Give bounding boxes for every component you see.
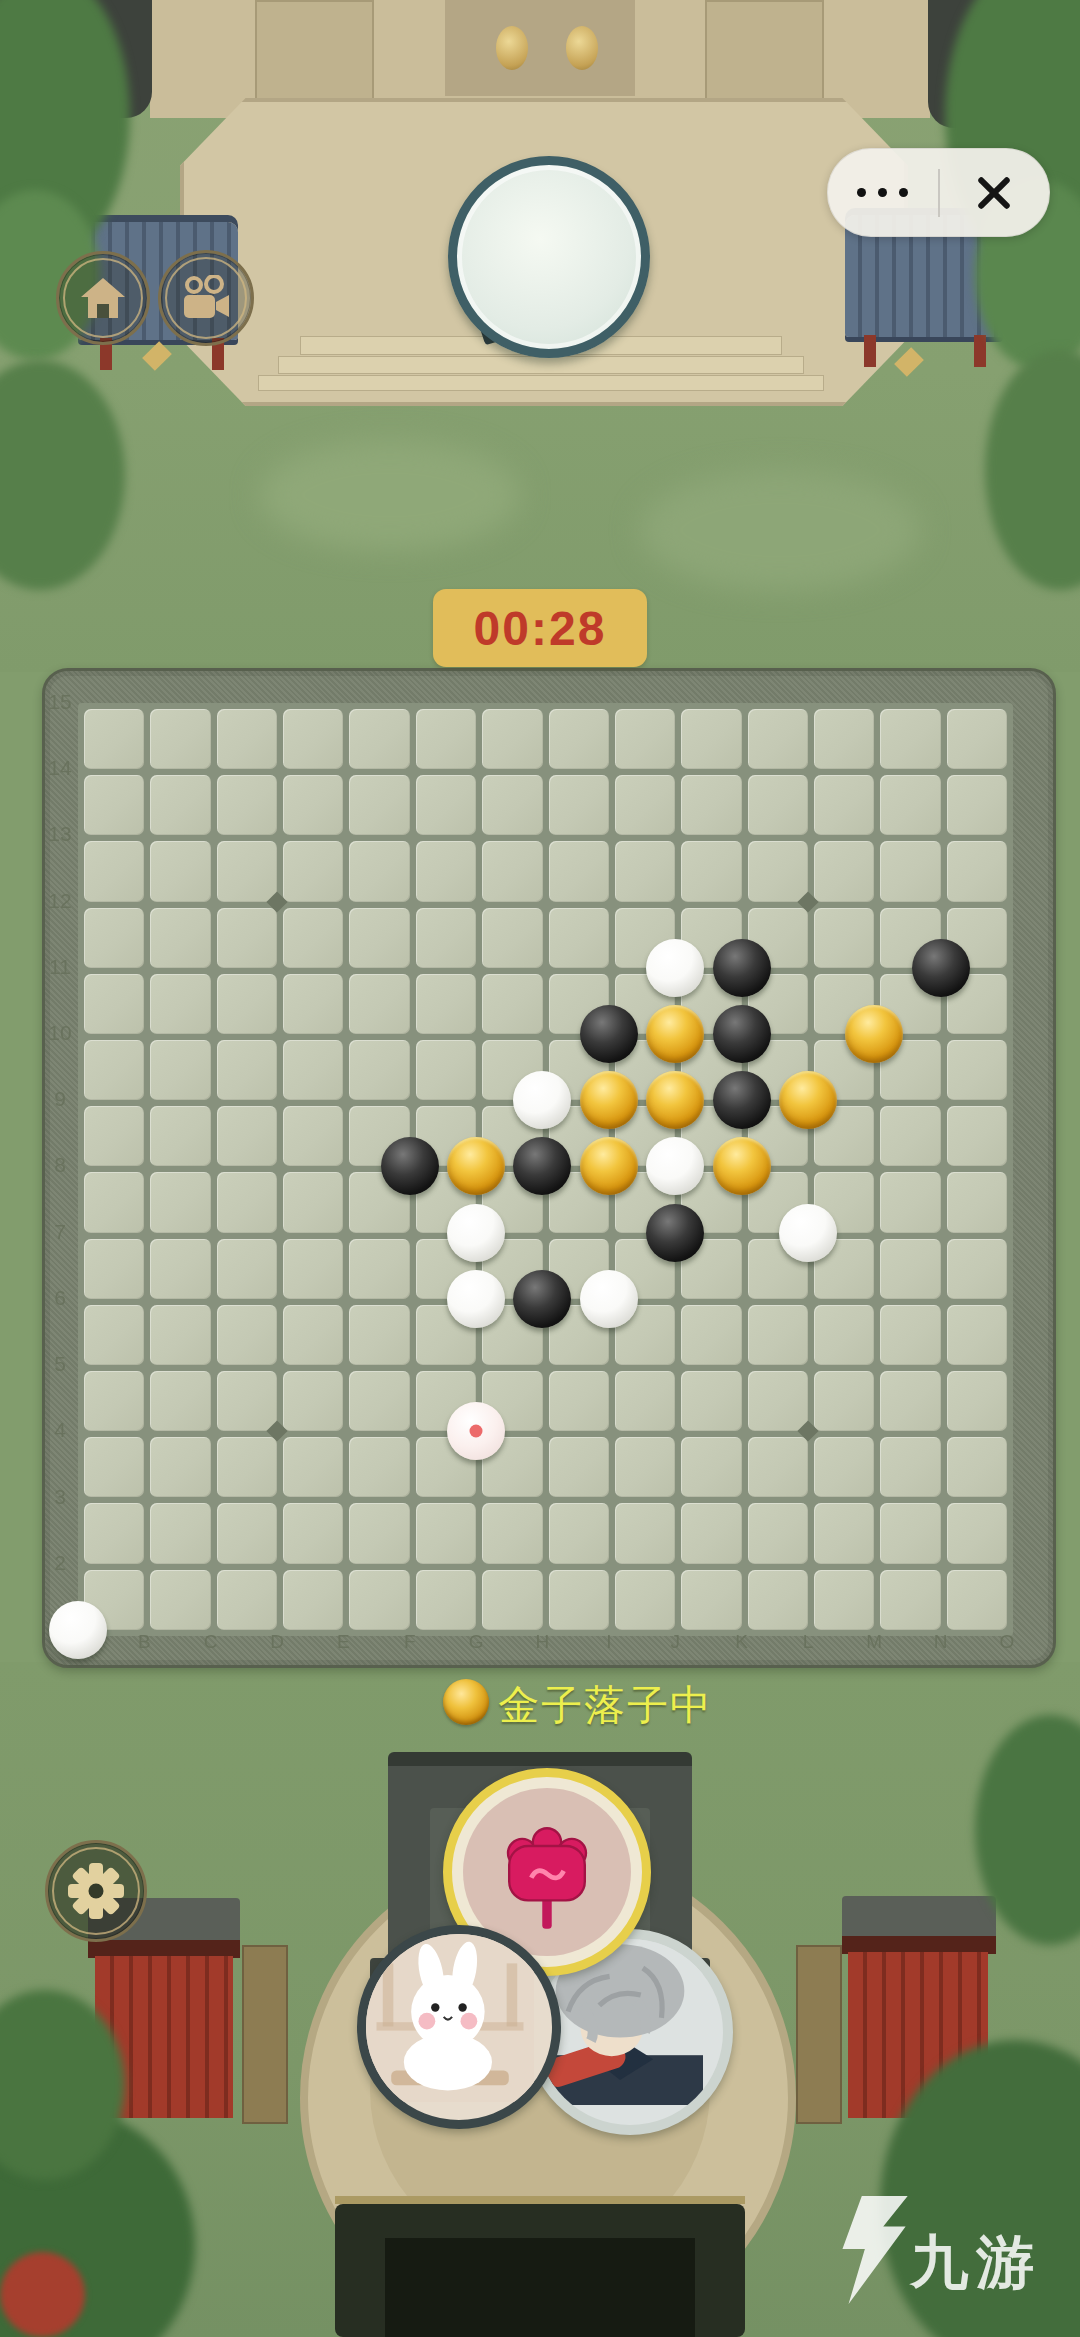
gold-chime-left [142, 341, 172, 371]
board-tile [681, 1503, 741, 1563]
board-tile [217, 974, 277, 1034]
board-tile [814, 1570, 874, 1630]
game-screen: 00:28 151413121110987654321ABCDEFGHIJKLM… [0, 0, 1080, 2337]
board-tile [880, 1371, 940, 1431]
board-tile [150, 1106, 210, 1166]
col-label: G [461, 1631, 491, 1653]
board-tile [150, 841, 210, 901]
board-tile [482, 775, 542, 835]
wood-pillar-left [242, 1945, 288, 2124]
board-tile [549, 1437, 609, 1497]
row-label: 13 [45, 822, 75, 846]
board-tile [283, 1570, 343, 1630]
board-tile [217, 1305, 277, 1365]
board-tile [482, 1503, 542, 1563]
board-tile [814, 709, 874, 769]
board-tile [84, 1106, 144, 1166]
stone-gold-M10 [845, 1005, 903, 1063]
board-tile [416, 841, 476, 901]
row-label: 7 [45, 1220, 75, 1244]
settings-button[interactable] [45, 1840, 147, 1942]
candy-icon [487, 1807, 607, 1937]
row-label: 5 [45, 1352, 75, 1376]
board-tile [84, 908, 144, 968]
turn-timer: 00:28 [433, 589, 647, 667]
gold-ornament-left [496, 26, 528, 70]
col-label: N [926, 1631, 956, 1653]
stone-black-H6 [513, 1270, 571, 1328]
board-tile [615, 775, 675, 835]
board-tile [549, 908, 609, 968]
board-tile [814, 841, 874, 901]
board-tile [349, 1570, 409, 1630]
board-tile [283, 974, 343, 1034]
row-label: 11 [45, 955, 75, 979]
board-tile [549, 775, 609, 835]
row-label: 10 [45, 1021, 75, 1045]
jiuyou-watermark: 九游 [836, 2196, 1066, 2316]
board-tile [84, 974, 144, 1034]
board-tile [748, 1305, 808, 1365]
board-tile [681, 1570, 741, 1630]
board-tile [217, 709, 277, 769]
board-tile [814, 1503, 874, 1563]
record-button[interactable] [158, 250, 254, 346]
board-tile [947, 1040, 1007, 1100]
board-tile [217, 775, 277, 835]
board-tile [880, 1239, 940, 1299]
board-tile [681, 709, 741, 769]
board-tile [150, 1172, 210, 1232]
col-label: K [727, 1631, 757, 1653]
foliage [0, 360, 125, 590]
board-tile [482, 841, 542, 901]
board-tile [150, 974, 210, 1034]
board-tile [217, 1503, 277, 1563]
board-tile [283, 1437, 343, 1497]
board-tile [84, 1437, 144, 1497]
board-tile [880, 841, 940, 901]
board-tile [947, 1570, 1007, 1630]
last-move-marker [470, 1425, 483, 1438]
board-tile [416, 709, 476, 769]
board-tile [748, 841, 808, 901]
board-tile [549, 1570, 609, 1630]
home-button[interactable] [56, 251, 150, 345]
step [278, 356, 804, 374]
board-tile [947, 1503, 1007, 1563]
board-tile [947, 709, 1007, 769]
stone-white-J11 [646, 939, 704, 997]
board-tile [416, 908, 476, 968]
board-tile [880, 1437, 940, 1497]
round-mirror-table [448, 156, 650, 358]
grass-patch [260, 440, 520, 550]
board-tile [681, 841, 741, 901]
close-button[interactable] [940, 149, 1050, 236]
board-tile [748, 1570, 808, 1630]
board-tile [615, 841, 675, 901]
board-tile [549, 709, 609, 769]
board-tile [217, 1172, 277, 1232]
board-tile [880, 1106, 940, 1166]
stone-gold-I9 [580, 1071, 638, 1129]
stone-black-I10 [580, 1005, 638, 1063]
jiuyou-logo-icon [836, 2196, 908, 2304]
col-label: J [660, 1631, 690, 1653]
video-camera-icon [179, 275, 233, 321]
board-tile [84, 775, 144, 835]
more-dots-icon [857, 188, 866, 197]
board-tile [748, 775, 808, 835]
board-tile [880, 1172, 940, 1232]
board-tile [416, 974, 476, 1034]
foliage [985, 350, 1080, 590]
red-post [864, 335, 876, 367]
board-tile [615, 1570, 675, 1630]
board-tile [150, 908, 210, 968]
gold-stone-icon [443, 1679, 489, 1725]
row-label: 9 [45, 1087, 75, 1111]
board-tile [814, 908, 874, 968]
board-tile [681, 1437, 741, 1497]
board-tile [217, 908, 277, 968]
stone-white-I6 [580, 1270, 638, 1328]
board-tile [283, 709, 343, 769]
col-label: M [859, 1631, 889, 1653]
board-tile [283, 908, 343, 968]
row-label: 12 [45, 889, 75, 913]
board-tile [283, 775, 343, 835]
bottom-archway [335, 2204, 745, 2337]
board-tile [84, 709, 144, 769]
jiuyou-logo-text: 九游 [910, 2224, 1042, 2302]
board-tile [947, 1239, 1007, 1299]
board-tile [150, 1305, 210, 1365]
board-tile [84, 1172, 144, 1232]
board-tile [283, 1503, 343, 1563]
board-tile [150, 1371, 210, 1431]
more-dots-icon [899, 188, 908, 197]
capsule-menu [827, 148, 1050, 237]
board-tile [947, 1371, 1007, 1431]
board-tile [84, 1239, 144, 1299]
board-tile [283, 1239, 343, 1299]
col-label: E [328, 1631, 358, 1653]
board-tile [349, 908, 409, 968]
board-tile [349, 841, 409, 901]
board-tile [482, 709, 542, 769]
row-label: 6 [45, 1286, 75, 1310]
stone-black-K11 [713, 939, 771, 997]
board-tile [283, 1305, 343, 1365]
home-icon [79, 276, 127, 320]
arch-trim [335, 2196, 745, 2204]
board-tile [482, 974, 542, 1034]
board-tile [615, 709, 675, 769]
board-tile [748, 709, 808, 769]
board-tile [349, 1040, 409, 1100]
board-tile [150, 1239, 210, 1299]
row-label: 4 [45, 1418, 75, 1442]
board-tile [84, 1305, 144, 1365]
stone-gold-L9 [779, 1071, 837, 1129]
row-label: 8 [45, 1153, 75, 1177]
archway-opening [385, 2238, 695, 2337]
stone-black-N11 [912, 939, 970, 997]
board-tile [84, 1371, 144, 1431]
board-tile [84, 1040, 144, 1100]
gold-chime-right [894, 347, 924, 377]
board-tile [84, 1503, 144, 1563]
board-tile [150, 1503, 210, 1563]
stone-white-G6 [447, 1270, 505, 1328]
stone-gold-K8 [713, 1137, 771, 1195]
wood-pillar-right [796, 1945, 842, 2124]
stone-white-G7 [447, 1204, 505, 1262]
board-tile [814, 1305, 874, 1365]
col-label: D [262, 1631, 292, 1653]
board-tile [283, 1106, 343, 1166]
col-label: O [992, 1631, 1022, 1653]
board-tile [814, 1371, 874, 1431]
col-label: C [196, 1631, 226, 1653]
board-tile [416, 1040, 476, 1100]
board-tile [814, 775, 874, 835]
board-tile [880, 1503, 940, 1563]
board-tile [416, 1570, 476, 1630]
board-tile [217, 841, 277, 901]
board-tile [814, 1437, 874, 1497]
player-avatar-left[interactable] [357, 1925, 561, 2129]
board-tile [748, 1371, 808, 1431]
board-tile [880, 775, 940, 835]
board-tile [947, 1106, 1007, 1166]
board-tile [947, 775, 1007, 835]
board-tile [349, 1437, 409, 1497]
stone-white-A1 [49, 1601, 107, 1659]
stone-black-F8 [381, 1137, 439, 1195]
board-tile [217, 1040, 277, 1100]
board-tile [615, 1437, 675, 1497]
gear-icon [89, 1884, 104, 1899]
board-tile [217, 1371, 277, 1431]
turn-status: 金子落子中 [0, 1676, 1080, 1732]
col-label: F [395, 1631, 425, 1653]
board-tile [150, 1437, 210, 1497]
more-dots-icon [878, 188, 887, 197]
board-tile [416, 1503, 476, 1563]
grass-patch [640, 470, 920, 590]
board-tile [880, 1570, 940, 1630]
board-tile [349, 974, 409, 1034]
board-tile [84, 841, 144, 901]
stone-gold-J10 [646, 1005, 704, 1063]
rabbit-sticker [366, 1934, 534, 2102]
board-tile [217, 1570, 277, 1630]
row-label: 2 [45, 1551, 75, 1575]
board-tile [549, 841, 609, 901]
row-label: 15 [45, 690, 75, 714]
more-button[interactable] [828, 149, 938, 236]
board-tile [880, 709, 940, 769]
board-tile [681, 1305, 741, 1365]
board-tile [150, 1570, 210, 1630]
board-tile [283, 1040, 343, 1100]
timer-value: 00:28 [474, 601, 607, 656]
stone-white-L7 [779, 1204, 837, 1262]
row-label: 14 [45, 756, 75, 780]
status-text: 金子落子中 [498, 1678, 713, 1733]
board-tile [748, 1437, 808, 1497]
board-tile [349, 1305, 409, 1365]
row-label: 3 [45, 1485, 75, 1509]
board-tile [349, 709, 409, 769]
board-tile [947, 841, 1007, 901]
board-tile [549, 1371, 609, 1431]
board-tile [150, 1040, 210, 1100]
board-tile [283, 841, 343, 901]
col-label: B [129, 1631, 159, 1653]
board-tile [615, 1371, 675, 1431]
gold-ornament-right [566, 26, 598, 70]
board-tile [283, 1371, 343, 1431]
stone-black-K9 [713, 1071, 771, 1129]
board-tile [349, 1503, 409, 1563]
stone-black-J7 [646, 1204, 704, 1262]
board-tile [217, 1239, 277, 1299]
col-label: H [527, 1631, 557, 1653]
col-label: I [594, 1631, 624, 1653]
board-tile [482, 908, 542, 968]
stone-gold-I8 [580, 1137, 638, 1195]
board-tile [150, 709, 210, 769]
board-tile [217, 1106, 277, 1166]
red-post [974, 335, 986, 367]
board-tile [349, 775, 409, 835]
step [258, 375, 824, 391]
courtyard-top-scenery [0, 0, 1080, 672]
col-label: L [793, 1631, 823, 1653]
board-tile [349, 1239, 409, 1299]
board-tile [748, 1503, 808, 1563]
board-tile [150, 775, 210, 835]
board-tile [681, 1371, 741, 1431]
board-tile [947, 1305, 1007, 1365]
board-tile [880, 1305, 940, 1365]
board-tile [549, 1503, 609, 1563]
board-tile [416, 775, 476, 835]
board-tile [947, 1172, 1007, 1232]
board-tile [283, 1172, 343, 1232]
board-tile [615, 1503, 675, 1563]
board-tile [349, 1371, 409, 1431]
stone-black-K10 [713, 1005, 771, 1063]
red-flower [0, 2252, 85, 2337]
board-tile [947, 1437, 1007, 1497]
alcove [445, 0, 635, 96]
board-tile [217, 1437, 277, 1497]
board-tile [681, 775, 741, 835]
board-tile [482, 1570, 542, 1630]
